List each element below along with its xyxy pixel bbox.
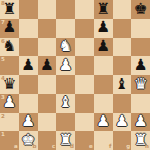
piece-black-bishop[interactable]: ♝ [115,76,129,92]
piece-white-pawn[interactable]: ♟ [21,114,35,130]
square-c3[interactable] [38,94,57,113]
square-h1[interactable]: h♜ [131,131,150,150]
square-h4[interactable]: ♛ [131,75,150,94]
rank-label-5: 5 [1,57,5,63]
file-label-g: g [126,144,130,150]
square-d4[interactable] [56,75,75,94]
chess-board: 8♜♜♚7♟♟6♞♞♟5♟♟♟♟4♛♝♛3♟♝2♟♟♟♟1ab♚cd♜efgh♜ [0,0,150,150]
square-g5[interactable] [113,56,132,75]
piece-black-queen[interactable]: ♛ [2,76,16,92]
square-c7[interactable] [38,19,57,38]
square-a3[interactable]: 3♟ [0,94,19,113]
square-f4[interactable] [94,75,113,94]
piece-white-pawn[interactable]: ♟ [115,114,129,130]
square-e3[interactable] [75,94,94,113]
square-h5[interactable]: ♟ [131,56,150,75]
square-h8[interactable]: ♚ [131,0,150,19]
square-c4[interactable] [38,75,57,94]
square-f1[interactable]: f [94,131,113,150]
square-h2[interactable]: ♟ [131,113,150,132]
square-a7[interactable]: 7♟ [0,19,19,38]
square-a5[interactable]: 5 [0,56,19,75]
piece-black-pawn[interactable]: ♟ [2,20,16,36]
square-e8[interactable] [75,0,94,19]
piece-white-pawn[interactable]: ♟ [2,95,16,111]
piece-white-bishop[interactable]: ♝ [59,95,73,111]
piece-white-rook[interactable]: ♜ [134,132,148,148]
square-h3[interactable] [131,94,150,113]
square-b6[interactable] [19,38,38,57]
square-a1[interactable]: 1a [0,131,19,150]
square-b2[interactable]: ♟ [19,113,38,132]
piece-white-queen[interactable]: ♛ [134,76,148,92]
square-e7[interactable] [75,19,94,38]
square-b7[interactable] [19,19,38,38]
square-f3[interactable] [94,94,113,113]
square-g1[interactable]: g [113,131,132,150]
rank-label-2: 2 [1,114,5,120]
square-d5[interactable]: ♟ [56,56,75,75]
square-f6[interactable]: ♟ [94,38,113,57]
square-c1[interactable]: c [38,131,57,150]
file-label-a: a [14,144,18,150]
piece-white-pawn[interactable]: ♟ [96,114,110,130]
square-d1[interactable]: d♜ [56,131,75,150]
square-c8[interactable] [38,0,57,19]
piece-white-pawn[interactable]: ♟ [59,57,73,73]
piece-black-pawn[interactable]: ♟ [96,20,110,36]
square-b8[interactable] [19,0,38,19]
piece-white-rook[interactable]: ♜ [59,132,73,148]
piece-white-king[interactable]: ♚ [21,132,35,148]
piece-black-king[interactable]: ♚ [134,1,148,17]
square-b3[interactable] [19,94,38,113]
piece-black-pawn[interactable]: ♟ [96,39,110,55]
square-f2[interactable]: ♟ [94,113,113,132]
square-e6[interactable] [75,38,94,57]
square-g3[interactable] [113,94,132,113]
rank-label-1: 1 [1,132,5,138]
square-d8[interactable] [56,0,75,19]
square-a2[interactable]: 2 [0,113,19,132]
square-b1[interactable]: b♚ [19,131,38,150]
square-c5[interactable]: ♟ [38,56,57,75]
square-g4[interactable]: ♝ [113,75,132,94]
square-h6[interactable] [131,38,150,57]
file-label-e: e [89,144,93,150]
piece-black-rook[interactable]: ♜ [96,1,110,17]
square-c6[interactable] [38,38,57,57]
square-d3[interactable]: ♝ [56,94,75,113]
square-a6[interactable]: 6♞ [0,38,19,57]
square-e1[interactable]: e [75,131,94,150]
square-d2[interactable] [56,113,75,132]
square-d7[interactable] [56,19,75,38]
square-c2[interactable] [38,113,57,132]
piece-black-knight[interactable]: ♞ [2,39,16,55]
square-e2[interactable] [75,113,94,132]
square-e4[interactable] [75,75,94,94]
square-e5[interactable] [75,56,94,75]
piece-black-pawn[interactable]: ♟ [40,57,54,73]
square-g6[interactable] [113,38,132,57]
piece-white-pawn[interactable]: ♟ [134,114,148,130]
square-h7[interactable] [131,19,150,38]
square-f7[interactable]: ♟ [94,19,113,38]
square-a8[interactable]: 8♜ [0,0,19,19]
square-g2[interactable]: ♟ [113,113,132,132]
square-b4[interactable] [19,75,38,94]
piece-black-pawn[interactable]: ♟ [21,57,35,73]
file-label-c: c [52,144,55,150]
file-label-f: f [109,144,111,150]
piece-white-knight[interactable]: ♞ [59,39,73,55]
square-a4[interactable]: 4♛ [0,75,19,94]
square-d6[interactable]: ♞ [56,38,75,57]
square-g7[interactable] [113,19,132,38]
piece-black-pawn[interactable]: ♟ [134,57,148,73]
square-g8[interactable] [113,0,132,19]
square-f8[interactable]: ♜ [94,0,113,19]
piece-black-rook[interactable]: ♜ [2,1,16,17]
square-f5[interactable] [94,56,113,75]
square-b5[interactable]: ♟ [19,56,38,75]
